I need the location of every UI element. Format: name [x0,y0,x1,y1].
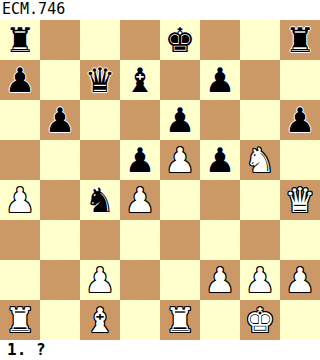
square-d2[interactable] [120,260,160,300]
black-pawn-h6: ♟ [285,100,315,140]
white-bishop-c1: ♝ [85,300,115,340]
square-c2[interactable]: ♟ [80,260,120,300]
black-pawn-e6: ♟ [165,100,195,140]
square-e3[interactable] [160,220,200,260]
square-e8[interactable]: ♚ [160,20,200,60]
square-a1[interactable]: ♜ [0,300,40,340]
move-prompt: 1. ? [0,340,320,360]
square-g8[interactable] [240,20,280,60]
square-b8[interactable] [40,20,80,60]
white-pawn-g2: ♟ [245,260,275,300]
square-g4[interactable] [240,180,280,220]
square-f5[interactable]: ♟ [200,140,240,180]
square-b1[interactable] [40,300,80,340]
square-g3[interactable] [240,220,280,260]
square-e7[interactable] [160,60,200,100]
square-d8[interactable] [120,20,160,60]
square-c4[interactable]: ♞ [80,180,120,220]
square-c5[interactable] [80,140,120,180]
square-a7[interactable]: ♟ [0,60,40,100]
square-f3[interactable] [200,220,240,260]
square-g7[interactable] [240,60,280,100]
square-c1[interactable]: ♝ [80,300,120,340]
white-pawn-e5: ♟ [165,140,195,180]
white-pawn-h2: ♟ [285,260,315,300]
square-g5[interactable]: ♞ [240,140,280,180]
white-pawn-a4: ♟ [5,180,35,220]
square-d6[interactable] [120,100,160,140]
square-a4[interactable]: ♟ [0,180,40,220]
black-knight-c4: ♞ [85,180,115,220]
square-a6[interactable] [0,100,40,140]
square-g6[interactable] [240,100,280,140]
white-rook-a1: ♜ [5,300,35,340]
white-pawn-c2: ♟ [85,260,115,300]
square-c7[interactable]: ♛ [80,60,120,100]
square-a2[interactable] [0,260,40,300]
square-f2[interactable]: ♟ [200,260,240,300]
square-h1[interactable] [280,300,320,340]
square-h6[interactable]: ♟ [280,100,320,140]
square-c8[interactable] [80,20,120,60]
square-b3[interactable] [40,220,80,260]
square-d1[interactable] [120,300,160,340]
square-b5[interactable] [40,140,80,180]
white-queen-h4: ♛ [285,180,315,220]
square-h2[interactable]: ♟ [280,260,320,300]
white-knight-g5: ♞ [245,140,275,180]
black-pawn-f7: ♟ [205,60,235,100]
square-e2[interactable] [160,260,200,300]
square-h3[interactable] [280,220,320,260]
black-bishop-d7: ♝ [125,60,155,100]
black-pawn-f5: ♟ [205,140,235,180]
square-c3[interactable] [80,220,120,260]
chess-board: ♜♚♜♟♛♝♟♟♟♟♟♟♟♞♟♞♟♛♟♟♟♟♜♝♜♚ [0,20,320,340]
white-rook-e1: ♜ [165,300,195,340]
square-b2[interactable] [40,260,80,300]
square-h5[interactable] [280,140,320,180]
white-pawn-d4: ♟ [125,180,155,220]
black-queen-c7: ♛ [85,60,115,100]
square-d4[interactable]: ♟ [120,180,160,220]
square-e1[interactable]: ♜ [160,300,200,340]
square-e6[interactable]: ♟ [160,100,200,140]
square-g1[interactable]: ♚ [240,300,280,340]
square-d3[interactable] [120,220,160,260]
square-f4[interactable] [200,180,240,220]
square-d7[interactable]: ♝ [120,60,160,100]
square-a3[interactable] [0,220,40,260]
square-f6[interactable] [200,100,240,140]
square-h7[interactable] [280,60,320,100]
square-f7[interactable]: ♟ [200,60,240,100]
square-f8[interactable] [200,20,240,60]
square-d5[interactable]: ♟ [120,140,160,180]
square-e5[interactable]: ♟ [160,140,200,180]
white-pawn-f2: ♟ [205,260,235,300]
square-f1[interactable] [200,300,240,340]
square-c6[interactable] [80,100,120,140]
black-pawn-b6: ♟ [45,100,75,140]
black-pawn-d5: ♟ [125,140,155,180]
black-king-e8: ♚ [165,20,195,60]
square-b4[interactable] [40,180,80,220]
square-b7[interactable] [40,60,80,100]
black-rook-a8: ♜ [5,20,35,60]
puzzle-title: ECM.746 [0,0,320,20]
square-e4[interactable] [160,180,200,220]
white-king-g1: ♚ [245,300,275,340]
square-a5[interactable] [0,140,40,180]
square-h4[interactable]: ♛ [280,180,320,220]
black-rook-h8: ♜ [285,20,315,60]
black-pawn-a7: ♟ [5,60,35,100]
square-h8[interactable]: ♜ [280,20,320,60]
square-g2[interactable]: ♟ [240,260,280,300]
square-a8[interactable]: ♜ [0,20,40,60]
square-b6[interactable]: ♟ [40,100,80,140]
